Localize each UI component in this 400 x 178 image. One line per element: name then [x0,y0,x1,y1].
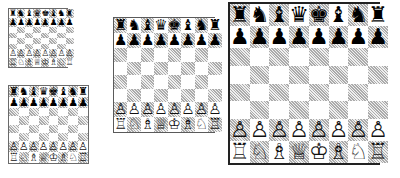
square-c7[interactable]: ♟ [141,33,154,48]
square-g8[interactable]: ♞ [195,18,208,33]
piece-white-pawn: ♙ [127,102,140,117]
square-a1[interactable]: ♖ [230,141,250,163]
square-a1[interactable]: ♖ [9,152,19,163]
square-h6[interactable] [78,108,88,116]
square-c6[interactable] [29,108,39,116]
square-h7[interactable]: ♟ [208,33,221,48]
square-b2[interactable]: ♙ [127,102,140,117]
square-f4[interactable] [58,125,68,133]
square-d2[interactable]: ♙ [154,102,167,117]
square-g8[interactable]: ♞ [68,86,78,97]
square-c1[interactable]: ♗ [141,117,154,132]
square-g5[interactable] [68,116,78,124]
square-b4[interactable] [250,84,270,102]
square-f7[interactable]: ♟ [49,18,57,27]
square-e4[interactable] [309,84,329,102]
square-f5[interactable] [181,62,194,76]
square-h8[interactable]: ♜ [208,18,221,33]
square-f1[interactable]: ♗ [181,117,194,132]
square-h5[interactable] [78,116,88,124]
square-h6[interactable] [368,48,388,66]
piece-white-pawn: ♙ [9,141,19,152]
piece-black-bishop: ♝ [181,18,194,33]
piece-white-pawn: ♙ [19,141,29,152]
piece-black-knight: ♞ [250,4,270,26]
chessboard-large: ♜♞♝♛♚♝♞♜♟♟♟♟♟♟♟♟♙♙♙♙♙♙♙♙♖♘♗♕♔♗♘♖ [228,2,380,165]
square-e6[interactable] [168,48,181,62]
square-f8[interactable]: ♝ [329,4,349,26]
piece-black-king: ♚ [49,86,59,97]
square-d6[interactable] [39,108,49,116]
square-e7[interactable]: ♟ [168,33,181,48]
square-a8[interactable]: ♜ [230,4,250,26]
square-d1[interactable]: ♕ [39,152,49,163]
piece-black-pawn: ♟ [230,26,250,48]
square-b6[interactable] [250,48,270,66]
square-e3[interactable] [168,89,181,103]
square-f4[interactable] [329,84,349,102]
square-d8[interactable]: ♛ [289,4,309,26]
square-h7[interactable]: ♟ [78,97,88,108]
square-d1[interactable]: ♕ [289,141,309,163]
square-g2[interactable]: ♙ [195,102,208,117]
piece-black-bishop: ♝ [49,9,57,18]
square-c4[interactable] [29,125,39,133]
square-d8[interactable]: ♛ [39,86,49,97]
square-c2[interactable]: ♙ [29,141,39,152]
square-d2[interactable]: ♙ [289,119,309,141]
square-f6[interactable] [329,48,349,66]
square-a5[interactable] [114,62,127,76]
piece-black-rook: ♜ [208,18,221,33]
piece-black-king: ♚ [41,9,49,18]
square-b3[interactable] [250,101,270,119]
square-e1[interactable]: ♔ [309,141,329,163]
square-b1[interactable]: ♘ [19,152,29,163]
square-g2[interactable]: ♙ [57,49,65,58]
piece-black-queen: ♛ [154,18,167,33]
square-a7[interactable]: ♟ [114,33,127,48]
square-a7[interactable]: ♟ [230,26,250,48]
square-c7[interactable]: ♟ [269,26,289,48]
piece-black-pawn: ♟ [66,18,74,27]
piece-white-knight: ♘ [127,117,140,132]
square-h1[interactable]: ♖ [208,117,221,132]
square-d7[interactable]: ♟ [154,33,167,48]
square-f2[interactable]: ♙ [49,49,57,58]
piece-white-pawn: ♙ [348,119,368,141]
square-d5[interactable] [154,62,167,76]
square-g2[interactable]: ♙ [348,119,368,141]
piece-black-pawn: ♟ [208,33,221,48]
square-a4[interactable] [230,84,250,102]
square-b1[interactable]: ♘ [127,117,140,132]
square-a8[interactable]: ♜ [9,86,19,97]
square-g5[interactable] [195,62,208,76]
square-h3[interactable] [78,133,88,141]
square-d3[interactable] [154,89,167,103]
square-e5[interactable] [49,116,59,124]
piece-white-rook: ♖ [9,58,17,67]
square-f8[interactable]: ♝ [181,18,194,33]
square-e7[interactable]: ♟ [49,97,59,108]
square-b5[interactable] [127,62,140,76]
square-a8[interactable]: ♜ [9,9,17,18]
square-d4[interactable] [39,125,49,133]
piece-white-knight: ♘ [348,141,368,163]
square-a6[interactable] [114,48,127,62]
square-g6[interactable] [348,48,368,66]
piece-black-pawn: ♟ [49,97,59,108]
square-c7[interactable]: ♟ [25,18,33,27]
square-e1[interactable]: ♔ [41,58,49,67]
square-g7[interactable]: ♟ [68,97,78,108]
square-g7[interactable]: ♟ [57,18,65,27]
piece-black-rook: ♜ [114,18,127,33]
piece-black-bishop: ♝ [29,86,39,97]
square-a3[interactable] [230,101,250,119]
square-g7[interactable]: ♟ [195,33,208,48]
piece-black-pawn: ♟ [289,26,309,48]
square-a2[interactable]: ♙ [9,141,19,152]
piece-white-pawn: ♙ [154,102,167,117]
square-d7[interactable]: ♟ [33,18,41,27]
square-c5[interactable] [269,66,289,84]
square-b1[interactable]: ♘ [250,141,270,163]
square-f7[interactable]: ♟ [58,97,68,108]
piece-white-knight: ♘ [195,117,208,132]
piece-black-queen: ♛ [289,4,309,26]
square-e3[interactable] [309,101,329,119]
square-c2[interactable]: ♙ [141,102,154,117]
piece-white-rook: ♖ [66,58,74,67]
square-f1[interactable]: ♗ [49,58,57,67]
square-e1[interactable]: ♔ [168,117,181,132]
piece-black-rook: ♜ [230,4,250,26]
piece-white-pawn: ♙ [269,119,289,141]
piece-white-pawn: ♙ [289,119,309,141]
square-h1[interactable]: ♖ [66,58,74,67]
square-b8[interactable]: ♞ [17,9,25,18]
piece-white-bishop: ♗ [49,58,57,67]
square-a5[interactable] [230,66,250,84]
piece-white-pawn: ♙ [195,102,208,117]
square-g1[interactable]: ♘ [57,58,65,67]
square-g8[interactable]: ♞ [348,4,368,26]
square-c5[interactable] [141,62,154,76]
square-h8[interactable]: ♜ [368,4,388,26]
square-b8[interactable]: ♞ [250,4,270,26]
square-h3[interactable] [368,101,388,119]
square-g1[interactable]: ♘ [195,117,208,132]
piece-white-pawn: ♙ [25,49,33,58]
piece-black-pawn: ♟ [19,97,29,108]
square-a4[interactable] [114,75,127,89]
chessboard-small: ♜♞♝♛♚♝♞♜♟♟♟♟♟♟♟♟♙♙♙♙♙♙♙♙♖♘♗♕♔♗♘♖ [8,85,89,164]
square-g8[interactable]: ♞ [57,9,65,18]
square-f4[interactable] [181,75,194,89]
square-a7[interactable]: ♟ [9,97,19,108]
piece-black-pawn: ♟ [195,33,208,48]
piece-white-bishop: ♗ [141,117,154,132]
square-a8[interactable]: ♜ [114,18,127,33]
square-a1[interactable]: ♖ [114,117,127,132]
piece-black-pawn: ♟ [39,97,49,108]
square-a6[interactable] [9,108,19,116]
piece-white-pawn: ♙ [250,119,270,141]
square-g2[interactable]: ♙ [68,141,78,152]
square-b6[interactable] [127,48,140,62]
piece-black-pawn: ♟ [49,18,57,27]
piece-white-pawn: ♙ [141,102,154,117]
square-f1[interactable]: ♗ [329,141,349,163]
square-c3[interactable] [29,133,39,141]
square-h2[interactable]: ♙ [78,141,88,152]
square-c1[interactable]: ♗ [269,141,289,163]
square-e3[interactable] [49,133,59,141]
piece-black-knight: ♞ [348,4,368,26]
square-b7[interactable]: ♟ [250,26,270,48]
piece-black-rook: ♜ [9,86,19,97]
square-g1[interactable]: ♘ [348,141,368,163]
square-e8[interactable]: ♚ [41,9,49,18]
square-b5[interactable] [19,116,29,124]
square-h4[interactable] [208,75,221,89]
square-g6[interactable] [195,48,208,62]
square-a2[interactable]: ♙ [114,102,127,117]
square-g6[interactable] [68,108,78,116]
square-c7[interactable]: ♟ [29,97,39,108]
square-e4[interactable] [168,75,181,89]
piece-black-pawn: ♟ [58,97,68,108]
square-a3[interactable] [114,89,127,103]
square-f5[interactable] [58,116,68,124]
square-c4[interactable] [269,84,289,102]
square-f7[interactable]: ♟ [329,26,349,48]
square-g5[interactable] [348,66,368,84]
piece-white-king: ♔ [309,141,329,163]
square-a7[interactable]: ♟ [9,18,17,27]
square-h1[interactable]: ♖ [368,141,388,163]
piece-white-pawn: ♙ [309,119,329,141]
square-b6[interactable] [19,108,29,116]
square-h3[interactable] [208,89,221,103]
square-e7[interactable]: ♟ [41,18,49,27]
piece-white-king: ♔ [49,152,59,163]
piece-white-rook: ♖ [208,117,221,132]
square-g1[interactable]: ♘ [68,152,78,163]
piece-black-pawn: ♟ [41,18,49,27]
square-a2[interactable]: ♙ [230,119,250,141]
square-e5[interactable] [309,66,329,84]
square-f5[interactable] [329,66,349,84]
square-g4[interactable] [195,75,208,89]
square-d8[interactable]: ♛ [154,18,167,33]
piece-white-rook: ♖ [230,141,250,163]
square-h2[interactable]: ♙ [208,102,221,117]
square-h4[interactable] [368,84,388,102]
square-b2[interactable]: ♙ [19,141,29,152]
square-f3[interactable] [58,133,68,141]
square-e2[interactable]: ♙ [168,102,181,117]
square-d2[interactable]: ♙ [39,141,49,152]
piece-black-pawn: ♟ [250,26,270,48]
square-d4[interactable] [154,75,167,89]
chessboard-medium: ♜♞♝♛♚♝♞♜♟♟♟♟♟♟♟♟♙♙♙♙♙♙♙♙♖♘♗♕♔♗♘♖ [113,17,215,133]
square-b7[interactable]: ♟ [127,33,140,48]
piece-white-pawn: ♙ [41,49,49,58]
piece-black-queen: ♛ [39,86,49,97]
square-f6[interactable] [181,48,194,62]
square-c8[interactable]: ♝ [25,9,33,18]
square-d5[interactable] [289,66,309,84]
piece-white-pawn: ♙ [168,102,181,117]
square-e6[interactable] [309,48,329,66]
piece-black-king: ♚ [309,4,329,26]
square-f2[interactable]: ♙ [181,102,194,117]
square-e5[interactable] [168,62,181,76]
square-e2[interactable]: ♙ [49,141,59,152]
square-g4[interactable] [348,84,368,102]
piece-black-rook: ♜ [368,4,388,26]
square-h8[interactable]: ♜ [78,86,88,97]
piece-white-knight: ♘ [17,58,25,67]
square-c8[interactable]: ♝ [269,4,289,26]
square-e2[interactable]: ♙ [41,49,49,58]
square-h2[interactable]: ♙ [66,49,74,58]
square-f8[interactable]: ♝ [58,86,68,97]
square-c2[interactable]: ♙ [269,119,289,141]
square-b2[interactable]: ♙ [17,49,25,58]
square-f2[interactable]: ♙ [58,141,68,152]
square-b8[interactable]: ♞ [127,18,140,33]
piece-white-bishop: ♗ [269,141,289,163]
square-b4[interactable] [127,75,140,89]
square-d2[interactable]: ♙ [33,49,41,58]
square-a1[interactable]: ♖ [9,58,17,67]
square-c1[interactable]: ♗ [29,152,39,163]
square-d6[interactable] [154,48,167,62]
square-h8[interactable]: ♜ [66,9,74,18]
square-h7[interactable]: ♟ [368,26,388,48]
square-a6[interactable] [230,48,250,66]
square-d1[interactable]: ♕ [33,58,41,67]
square-d4[interactable] [289,84,309,102]
square-b4[interactable] [19,125,29,133]
square-b3[interactable] [127,89,140,103]
square-a2[interactable]: ♙ [9,49,17,58]
square-f6[interactable] [58,108,68,116]
square-f3[interactable] [181,89,194,103]
square-b1[interactable]: ♘ [17,58,25,67]
square-d1[interactable]: ♕ [154,117,167,132]
square-c2[interactable]: ♙ [25,49,33,58]
piece-black-bishop: ♝ [25,9,33,18]
square-e8[interactable]: ♚ [49,86,59,97]
square-g3[interactable] [195,89,208,103]
piece-white-pawn: ♙ [17,49,25,58]
square-d3[interactable] [289,101,309,119]
square-g7[interactable]: ♟ [348,26,368,48]
square-f2[interactable]: ♙ [329,119,349,141]
piece-white-queen: ♕ [289,141,309,163]
square-c5[interactable] [29,116,39,124]
piece-black-king: ♚ [168,18,181,33]
piece-black-pawn: ♟ [17,18,25,27]
square-d6[interactable] [289,48,309,66]
square-e8[interactable]: ♚ [309,4,329,26]
square-b3[interactable] [19,133,29,141]
piece-white-rook: ♖ [9,152,19,163]
square-d7[interactable]: ♟ [289,26,309,48]
piece-white-king: ♔ [41,58,49,67]
square-c6[interactable] [269,48,289,66]
piece-white-bishop: ♗ [329,141,349,163]
square-h6[interactable] [208,48,221,62]
piece-white-pawn: ♙ [39,141,49,152]
square-h2[interactable]: ♙ [368,119,388,141]
square-e1[interactable]: ♔ [49,152,59,163]
square-f8[interactable]: ♝ [49,9,57,18]
piece-white-rook: ♖ [114,117,127,132]
square-h1[interactable]: ♖ [78,152,88,163]
square-b7[interactable]: ♟ [19,97,29,108]
piece-black-knight: ♞ [19,86,29,97]
square-a3[interactable] [9,133,19,141]
square-e7[interactable]: ♟ [309,26,329,48]
square-c3[interactable] [269,101,289,119]
square-e8[interactable]: ♚ [168,18,181,33]
square-d3[interactable] [39,133,49,141]
square-b5[interactable] [250,66,270,84]
square-d7[interactable]: ♟ [39,97,49,108]
square-g3[interactable] [348,101,368,119]
square-a5[interactable] [9,116,19,124]
square-b8[interactable]: ♞ [19,86,29,97]
piece-black-pawn: ♟ [57,18,65,27]
square-g4[interactable] [68,125,78,133]
piece-black-knight: ♞ [17,9,25,18]
square-h5[interactable] [368,66,388,84]
square-e4[interactable] [49,125,59,133]
piece-white-queen: ♕ [33,58,41,67]
square-g3[interactable] [68,133,78,141]
square-d5[interactable] [39,116,49,124]
square-c6[interactable] [141,48,154,62]
square-b2[interactable]: ♙ [250,119,270,141]
square-a4[interactable] [9,125,19,133]
square-h4[interactable] [78,125,88,133]
piece-white-bishop: ♗ [29,152,39,163]
square-h5[interactable] [208,62,221,76]
square-f1[interactable]: ♗ [58,152,68,163]
square-e2[interactable]: ♙ [309,119,329,141]
square-c4[interactable] [141,75,154,89]
square-f7[interactable]: ♟ [181,33,194,48]
square-e6[interactable] [49,108,59,116]
square-c8[interactable]: ♝ [141,18,154,33]
square-c1[interactable]: ♗ [25,58,33,67]
piece-white-pawn: ♙ [230,119,250,141]
square-b7[interactable]: ♟ [17,18,25,27]
square-c8[interactable]: ♝ [29,86,39,97]
square-f3[interactable] [329,101,349,119]
piece-white-rook: ♖ [78,152,88,163]
square-h7[interactable]: ♟ [66,18,74,27]
piece-black-rook: ♜ [9,9,17,18]
square-c3[interactable] [141,89,154,103]
square-d8[interactable]: ♛ [33,9,41,18]
